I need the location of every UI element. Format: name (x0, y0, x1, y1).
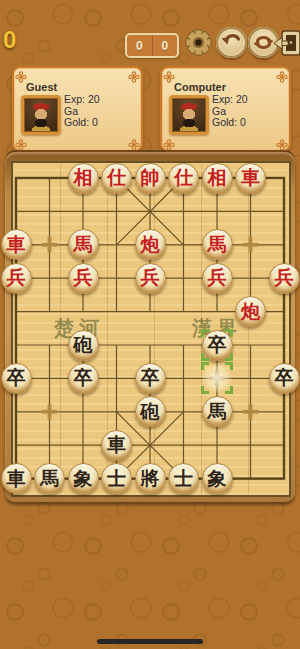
undo-arrow-icon (216, 27, 247, 58)
home-indicator-bar[interactable] (97, 639, 203, 644)
board-grid (5, 152, 295, 502)
xiangqi-board[interactable]: 楚河 漢界 相仕帥仕相車車馬炮馬兵兵兵兵兵炮砲卒卒卒卒卒砲馬車車馬象士將士象 (5, 152, 295, 502)
ornament-icon (163, 69, 175, 81)
piece-red-general[interactable]: 帥 (135, 163, 166, 194)
gear-icon (183, 46, 214, 61)
piece-black-general[interactable]: 將 (135, 463, 166, 494)
score-left: 0 (127, 35, 152, 56)
piece-black-elephant[interactable]: 象 (202, 463, 233, 494)
piece-black-soldier[interactable]: 卒 (269, 363, 300, 394)
player-card-computer: Computer Exp: 20 Ga Gold: 0 (160, 66, 291, 152)
coin-count: 0 (3, 26, 16, 54)
piece-red-soldier[interactable]: 兵 (202, 263, 233, 294)
piece-black-advisor[interactable]: 士 (168, 463, 199, 494)
piece-black-horse[interactable]: 馬 (34, 463, 65, 494)
piece-red-advisor[interactable]: 仕 (101, 163, 132, 194)
piece-red-advisor[interactable]: 仕 (168, 163, 199, 194)
undo-button[interactable] (216, 27, 247, 58)
ornament-icon (128, 69, 140, 81)
player-gold: Gold: 0 (64, 117, 100, 129)
exit-button[interactable] (273, 28, 300, 58)
player-name: Guest (26, 81, 57, 93)
settings-button[interactable] (183, 27, 214, 58)
ornament-icon (15, 137, 27, 149)
piece-red-horse[interactable]: 馬 (202, 229, 233, 260)
piece-black-chariot[interactable]: 車 (101, 430, 132, 461)
piece-black-soldier[interactable]: 卒 (135, 363, 166, 394)
piece-red-cannon[interactable]: 炮 (135, 229, 166, 260)
piece-red-cannon[interactable]: 炮 (235, 296, 266, 327)
avatar (169, 95, 209, 135)
ornament-icon (276, 69, 288, 81)
piece-red-chariot[interactable]: 車 (235, 163, 266, 194)
piece-black-soldier[interactable]: 卒 (68, 363, 99, 394)
avatar (21, 95, 61, 135)
piece-red-horse[interactable]: 馬 (68, 229, 99, 260)
score-counter: 0 0 (125, 33, 179, 58)
piece-black-elephant[interactable]: 象 (68, 463, 99, 494)
piece-red-soldier[interactable]: 兵 (68, 263, 99, 294)
piece-black-chariot[interactable]: 車 (1, 463, 32, 494)
ornament-icon (276, 137, 288, 149)
piece-black-advisor[interactable]: 士 (101, 463, 132, 494)
piece-black-cannon[interactable]: 砲 (135, 396, 166, 427)
piece-black-horse[interactable]: 馬 (202, 396, 233, 427)
piece-black-cannon[interactable]: 砲 (68, 330, 99, 361)
piece-black-soldier[interactable]: 卒 (1, 363, 32, 394)
ornament-icon (128, 137, 140, 149)
player-exp: Exp: 20 (212, 94, 248, 106)
ornament-icon (15, 69, 27, 81)
piece-red-soldier[interactable]: 兵 (269, 263, 300, 294)
player-gold: Gold: 0 (212, 117, 248, 129)
piece-black-soldier[interactable]: 卒 (202, 330, 233, 361)
exit-door-icon (273, 46, 300, 61)
player-card-guest: Guest Exp: 20 Ga Gold: 0 (12, 66, 143, 152)
player-name: Computer (174, 81, 226, 93)
piece-red-elephant[interactable]: 相 (202, 163, 233, 194)
piece-red-soldier[interactable]: 兵 (1, 263, 32, 294)
score-right: 0 (152, 35, 178, 56)
ornament-icon (163, 137, 175, 149)
piece-red-soldier[interactable]: 兵 (135, 263, 166, 294)
piece-red-elephant[interactable]: 相 (68, 163, 99, 194)
app-screen: 0 0 0 (0, 0, 300, 649)
player-exp: Exp: 20 (64, 94, 100, 106)
piece-red-chariot[interactable]: 車 (1, 229, 32, 260)
